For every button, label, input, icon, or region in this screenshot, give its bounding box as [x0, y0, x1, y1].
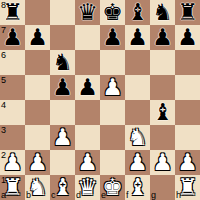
square-a2[interactable]: 2♟ [0, 150, 25, 175]
square-e7[interactable]: ♟ [100, 25, 125, 50]
square-b4[interactable] [25, 100, 50, 125]
file-label-g: g [151, 191, 156, 200]
square-f1[interactable]: f♝ [125, 175, 150, 200]
white-knight[interactable]: ♞ [125, 125, 150, 150]
square-d6[interactable] [75, 50, 100, 75]
square-a7[interactable]: 7♟ [0, 25, 25, 50]
black-knight[interactable]: ♞ [50, 50, 75, 75]
black-queen[interactable]: ♛ [75, 0, 100, 25]
white-queen[interactable]: ♛ [75, 175, 100, 200]
black-pawn[interactable]: ♟ [100, 25, 125, 50]
square-b6[interactable] [25, 50, 50, 75]
square-e2[interactable] [100, 150, 125, 175]
square-c3[interactable]: ♟ [50, 125, 75, 150]
square-f6[interactable] [125, 50, 150, 75]
white-pawn[interactable]: ♟ [0, 150, 25, 175]
square-c4[interactable] [50, 100, 75, 125]
square-b1[interactable]: b♞ [25, 175, 50, 200]
white-pawn[interactable]: ♟ [75, 150, 100, 175]
rank-label-5: 5 [1, 76, 6, 85]
black-king[interactable]: ♚ [100, 0, 125, 25]
chess-board: 8♜♛♚♝♞♜7♟♟♟♟♟♟6♞5♟♟♟4♝3♟♞2♟♟♟♟♟♟1a♜b♞c♝d… [0, 0, 200, 200]
square-a1[interactable]: 1a♜ [0, 175, 25, 200]
black-pawn[interactable]: ♟ [75, 75, 100, 100]
square-c6[interactable]: ♞ [50, 50, 75, 75]
square-g4[interactable]: ♝ [150, 100, 175, 125]
white-pawn[interactable]: ♟ [175, 150, 200, 175]
square-e3[interactable] [100, 125, 125, 150]
black-pawn[interactable]: ♟ [125, 25, 150, 50]
square-a5[interactable]: 5 [0, 75, 25, 100]
rank-label-4: 4 [1, 101, 6, 110]
rank-label-3: 3 [1, 126, 6, 135]
square-e4[interactable] [100, 100, 125, 125]
white-pawn[interactable]: ♟ [150, 150, 175, 175]
square-e6[interactable] [100, 50, 125, 75]
square-d3[interactable] [75, 125, 100, 150]
square-f5[interactable] [125, 75, 150, 100]
square-h7[interactable]: ♟ [175, 25, 200, 50]
square-h5[interactable] [175, 75, 200, 100]
black-pawn[interactable]: ♟ [175, 25, 200, 50]
square-a4[interactable]: 4 [0, 100, 25, 125]
black-knight[interactable]: ♞ [150, 0, 175, 25]
square-h6[interactable] [175, 50, 200, 75]
square-d1[interactable]: d♛ [75, 175, 100, 200]
square-a3[interactable]: 3 [0, 125, 25, 150]
square-h1[interactable]: h♜ [175, 175, 200, 200]
square-g8[interactable]: ♞ [150, 0, 175, 25]
white-bishop[interactable]: ♝ [50, 175, 75, 200]
square-b8[interactable] [25, 0, 50, 25]
square-g2[interactable]: ♟ [150, 150, 175, 175]
black-pawn[interactable]: ♟ [150, 25, 175, 50]
square-g5[interactable] [150, 75, 175, 100]
square-h2[interactable]: ♟ [175, 150, 200, 175]
square-d7[interactable] [75, 25, 100, 50]
square-f3[interactable]: ♞ [125, 125, 150, 150]
square-a6[interactable]: 6 [0, 50, 25, 75]
black-pawn[interactable]: ♟ [50, 75, 75, 100]
black-rook[interactable]: ♜ [0, 0, 25, 25]
white-pawn[interactable]: ♟ [50, 125, 75, 150]
white-rook[interactable]: ♜ [175, 175, 200, 200]
square-g1[interactable]: g [150, 175, 175, 200]
square-b3[interactable] [25, 125, 50, 150]
square-c1[interactable]: c♝ [50, 175, 75, 200]
square-g7[interactable]: ♟ [150, 25, 175, 50]
white-bishop[interactable]: ♝ [125, 175, 150, 200]
square-b7[interactable]: ♟ [25, 25, 50, 50]
black-rook[interactable]: ♜ [175, 0, 200, 25]
square-b2[interactable]: ♟ [25, 150, 50, 175]
square-f8[interactable]: ♝ [125, 0, 150, 25]
square-b5[interactable] [25, 75, 50, 100]
square-f7[interactable]: ♟ [125, 25, 150, 50]
white-king[interactable]: ♚ [100, 175, 125, 200]
white-pawn[interactable]: ♟ [100, 75, 125, 100]
square-g3[interactable] [150, 125, 175, 150]
square-d2[interactable]: ♟ [75, 150, 100, 175]
black-bishop[interactable]: ♝ [125, 0, 150, 25]
square-d8[interactable]: ♛ [75, 0, 100, 25]
black-pawn[interactable]: ♟ [0, 25, 25, 50]
white-rook[interactable]: ♜ [0, 175, 25, 200]
white-pawn[interactable]: ♟ [125, 150, 150, 175]
black-bishop[interactable]: ♝ [150, 100, 175, 125]
square-c7[interactable] [50, 25, 75, 50]
square-h3[interactable] [175, 125, 200, 150]
square-h8[interactable]: ♜ [175, 0, 200, 25]
black-pawn[interactable]: ♟ [25, 25, 50, 50]
square-f4[interactable] [125, 100, 150, 125]
square-c8[interactable] [50, 0, 75, 25]
square-a8[interactable]: 8♜ [0, 0, 25, 25]
white-knight[interactable]: ♞ [25, 175, 50, 200]
square-e8[interactable]: ♚ [100, 0, 125, 25]
square-d4[interactable] [75, 100, 100, 125]
square-c2[interactable] [50, 150, 75, 175]
rank-label-6: 6 [1, 51, 6, 60]
white-pawn[interactable]: ♟ [25, 150, 50, 175]
square-e5[interactable]: ♟ [100, 75, 125, 100]
square-g6[interactable] [150, 50, 175, 75]
square-f2[interactable]: ♟ [125, 150, 150, 175]
square-d5[interactable]: ♟ [75, 75, 100, 100]
square-e1[interactable]: e♚ [100, 175, 125, 200]
square-c5[interactable]: ♟ [50, 75, 75, 100]
square-h4[interactable] [175, 100, 200, 125]
